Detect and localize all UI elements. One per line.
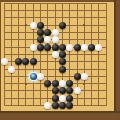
stone-white — [52, 29, 59, 36]
stone-black — [52, 102, 59, 109]
stone-black — [15, 58, 22, 65]
stone-black — [59, 44, 66, 51]
stone-white — [81, 44, 88, 51]
go-board-screenshot — [0, 0, 120, 120]
stone-black — [66, 80, 73, 87]
stone-black — [52, 95, 59, 102]
stone-black — [74, 44, 81, 51]
stone-black — [66, 87, 73, 94]
stone-white — [74, 87, 81, 94]
stone-white — [81, 73, 88, 80]
stone-white — [44, 102, 51, 109]
stone-black — [37, 22, 44, 29]
grid-line-vertical — [106, 3, 107, 106]
stone-white — [30, 22, 37, 29]
stone-white — [59, 80, 66, 87]
stone-white — [8, 66, 15, 73]
star-point — [25, 24, 27, 26]
stone-white — [52, 36, 59, 43]
stone-black — [44, 80, 51, 87]
stone-black — [59, 102, 66, 109]
stone-black — [88, 44, 95, 51]
stone-white — [1, 58, 8, 65]
stone-black — [66, 102, 73, 109]
stone-black — [59, 58, 66, 65]
board-frame-bottom — [0, 111, 120, 120]
stone-black — [30, 58, 37, 65]
stone-black — [59, 66, 66, 73]
go-board[interactable] — [0, 0, 120, 120]
stone-black — [52, 87, 59, 94]
stone-black — [22, 58, 29, 65]
stone-white — [59, 95, 66, 102]
stone-black — [37, 36, 44, 43]
stone-black — [66, 95, 73, 102]
stone-black — [44, 44, 51, 51]
stone-black — [52, 44, 59, 51]
stone-white — [52, 51, 59, 58]
star-point — [25, 83, 27, 85]
star-point — [83, 83, 85, 85]
stone-black — [37, 44, 44, 51]
stone-black — [59, 22, 66, 29]
board-frame-left — [0, 0, 1, 120]
stone-black — [37, 29, 44, 36]
board-frame-right — [114, 0, 120, 120]
stone-white — [37, 73, 44, 80]
stone-white — [44, 36, 51, 43]
stone-white — [66, 44, 73, 51]
board-frame-top — [0, 0, 120, 2]
grid-line-vertical — [98, 3, 99, 106]
stone-black — [74, 73, 81, 80]
stone-black-last-move — [30, 73, 37, 80]
stone-black — [59, 51, 66, 58]
stone-white — [95, 44, 102, 51]
stone-black — [59, 87, 66, 94]
stone-black — [52, 80, 59, 87]
stone-black — [44, 29, 51, 36]
stone-white — [30, 44, 37, 51]
